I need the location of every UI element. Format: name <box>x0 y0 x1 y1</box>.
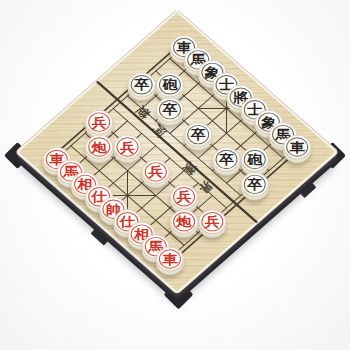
piece-black-soldier: 卒 <box>207 142 247 177</box>
piece-black-soldier: 卒 <box>150 92 190 127</box>
piece-label: 兵 <box>205 215 220 228</box>
piece-label: 卒 <box>162 103 177 116</box>
piece-label: 兵 <box>177 190 192 203</box>
piece-red-soldier: 兵 <box>136 154 176 189</box>
piece-label: 卒 <box>134 78 149 91</box>
piece-red-cannon: 炮 <box>164 204 204 239</box>
product-photo: 楚河漢界 車馬象士砲卒將士卒象兵馬卒車兵炮砲卒車兵馬卒相兵仕帥兵炮仕相馬車 <box>0 0 350 350</box>
piece-label: 卒 <box>247 178 262 191</box>
piece-label: 卒 <box>191 128 206 141</box>
piece-label: 卒 <box>219 153 234 166</box>
piece-label: 炮 <box>177 215 192 228</box>
piece-label: 砲 <box>162 78 177 91</box>
xiangqi-board: 楚河漢界 車馬象士砲卒將士卒象兵馬卒車兵炮砲卒車兵馬卒相兵仕帥兵炮仕相馬車 <box>19 13 336 292</box>
piece-black-soldier: 卒 <box>122 67 162 102</box>
piece-label: 砲 <box>247 153 262 166</box>
piece-label: 炮 <box>92 140 107 153</box>
piece-label: 兵 <box>92 116 107 129</box>
piece-label: 兵 <box>148 165 163 178</box>
pieces-layer: 車馬象士砲卒將士卒象兵馬卒車兵炮砲卒車兵馬卒相兵仕帥兵炮仕相馬車 <box>19 13 336 292</box>
piece-red-cannon: 炮 <box>79 130 119 165</box>
piece-label: 車 <box>290 140 305 153</box>
piece-label: 兵 <box>120 140 135 153</box>
piece-black-soldier: 卒 <box>178 117 218 152</box>
piece-label: 車 <box>162 252 177 265</box>
piece-black-soldier: 卒 <box>235 167 275 202</box>
